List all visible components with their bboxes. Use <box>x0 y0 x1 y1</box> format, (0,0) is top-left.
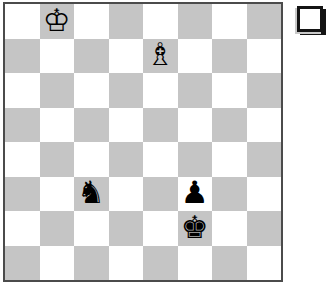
square-e4[interactable] <box>143 142 178 177</box>
square-b3[interactable] <box>40 177 75 212</box>
square-f2[interactable]: ♚ <box>178 211 213 246</box>
square-d2[interactable] <box>109 211 144 246</box>
square-e6[interactable] <box>143 73 178 108</box>
square-g7[interactable] <box>212 39 247 74</box>
square-h2[interactable] <box>247 211 282 246</box>
square-h8[interactable] <box>247 4 282 39</box>
square-e8[interactable] <box>143 4 178 39</box>
piece-white-king[interactable]: ♔ <box>43 5 71 36</box>
white-to-move-indicator <box>297 6 323 32</box>
square-a4[interactable] <box>5 142 40 177</box>
square-a8[interactable] <box>5 4 40 39</box>
square-g5[interactable] <box>212 108 247 143</box>
square-f7[interactable] <box>178 39 213 74</box>
chess-diagram: ♔♗♞♟♚ <box>0 0 328 285</box>
square-a3[interactable] <box>5 177 40 212</box>
square-g4[interactable] <box>212 142 247 177</box>
square-g2[interactable] <box>212 211 247 246</box>
square-d1[interactable] <box>109 246 144 281</box>
square-a5[interactable] <box>5 108 40 143</box>
square-h6[interactable] <box>247 73 282 108</box>
square-b2[interactable] <box>40 211 75 246</box>
square-a7[interactable] <box>5 39 40 74</box>
square-g6[interactable] <box>212 73 247 108</box>
square-e1[interactable] <box>143 246 178 281</box>
square-f3[interactable]: ♟ <box>178 177 213 212</box>
square-c5[interactable] <box>74 108 109 143</box>
square-c3[interactable]: ♞ <box>74 177 109 212</box>
piece-black-pawn[interactable]: ♟ <box>181 177 209 208</box>
square-d4[interactable] <box>109 142 144 177</box>
square-c4[interactable] <box>74 142 109 177</box>
square-e2[interactable] <box>143 211 178 246</box>
square-f1[interactable] <box>178 246 213 281</box>
piece-black-king[interactable]: ♚ <box>181 212 209 243</box>
square-d7[interactable] <box>109 39 144 74</box>
square-c2[interactable] <box>74 211 109 246</box>
square-c6[interactable] <box>74 73 109 108</box>
square-b5[interactable] <box>40 108 75 143</box>
square-f8[interactable] <box>178 4 213 39</box>
square-a6[interactable] <box>5 73 40 108</box>
square-e5[interactable] <box>143 108 178 143</box>
square-c1[interactable] <box>74 246 109 281</box>
square-c8[interactable] <box>74 4 109 39</box>
square-f5[interactable] <box>178 108 213 143</box>
square-b7[interactable] <box>40 39 75 74</box>
square-d6[interactable] <box>109 73 144 108</box>
square-h7[interactable] <box>247 39 282 74</box>
square-f4[interactable] <box>178 142 213 177</box>
square-h1[interactable] <box>247 246 282 281</box>
square-b1[interactable] <box>40 246 75 281</box>
square-g3[interactable] <box>212 177 247 212</box>
square-f6[interactable] <box>178 73 213 108</box>
square-b8[interactable]: ♔ <box>40 4 75 39</box>
square-h5[interactable] <box>247 108 282 143</box>
piece-black-knight[interactable]: ♞ <box>77 177 105 208</box>
square-d8[interactable] <box>109 4 144 39</box>
square-a1[interactable] <box>5 246 40 281</box>
square-a2[interactable] <box>5 211 40 246</box>
square-h4[interactable] <box>247 142 282 177</box>
square-g1[interactable] <box>212 246 247 281</box>
square-g8[interactable] <box>212 4 247 39</box>
square-h3[interactable] <box>247 177 282 212</box>
square-d3[interactable] <box>109 177 144 212</box>
square-e7[interactable]: ♗ <box>143 39 178 74</box>
square-c7[interactable] <box>74 39 109 74</box>
square-e3[interactable] <box>143 177 178 212</box>
square-b6[interactable] <box>40 73 75 108</box>
square-d5[interactable] <box>109 108 144 143</box>
square-b4[interactable] <box>40 142 75 177</box>
piece-white-bishop[interactable]: ♗ <box>146 39 174 70</box>
chess-board: ♔♗♞♟♚ <box>3 2 283 282</box>
